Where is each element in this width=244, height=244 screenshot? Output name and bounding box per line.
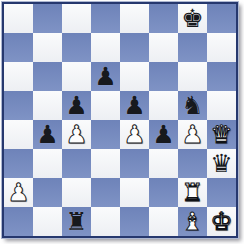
square-h4[interactable]: ♛ <box>207 120 236 149</box>
square-d1[interactable] <box>91 207 120 236</box>
square-f1[interactable] <box>149 207 178 236</box>
square-d7[interactable] <box>91 33 120 62</box>
square-a2[interactable]: ♟ <box>4 178 33 207</box>
square-g5[interactable]: ♞ <box>178 91 207 120</box>
square-b1[interactable] <box>33 207 62 236</box>
square-d2[interactable] <box>91 178 120 207</box>
white-rook[interactable]: ♜ <box>181 180 203 205</box>
square-h1[interactable]: ♚ <box>207 207 236 236</box>
square-e6[interactable] <box>120 62 149 91</box>
square-c4[interactable]: ♟ <box>62 120 91 149</box>
square-c6[interactable] <box>62 62 91 91</box>
black-pawn[interactable]: ♟ <box>65 93 87 118</box>
square-d4[interactable] <box>91 120 120 149</box>
black-pawn[interactable]: ♟ <box>152 122 174 147</box>
square-f2[interactable] <box>149 178 178 207</box>
square-g7[interactable] <box>178 33 207 62</box>
square-c3[interactable] <box>62 149 91 178</box>
square-g6[interactable] <box>178 62 207 91</box>
black-knight[interactable]: ♞ <box>181 93 203 118</box>
white-bishop[interactable]: ♝ <box>181 209 203 234</box>
square-d3[interactable] <box>91 149 120 178</box>
square-f8[interactable] <box>149 4 178 33</box>
square-h2[interactable] <box>207 178 236 207</box>
square-e8[interactable] <box>120 4 149 33</box>
square-a1[interactable] <box>4 207 33 236</box>
square-f7[interactable] <box>149 33 178 62</box>
square-g3[interactable] <box>178 149 207 178</box>
white-pawn[interactable]: ♟ <box>7 180 29 205</box>
square-e7[interactable] <box>120 33 149 62</box>
square-d8[interactable] <box>91 4 120 33</box>
square-g2[interactable]: ♜ <box>178 178 207 207</box>
square-f4[interactable]: ♟ <box>149 120 178 149</box>
white-pawn[interactable]: ♟ <box>65 122 87 147</box>
square-c1[interactable]: ♜ <box>62 207 91 236</box>
black-pawn[interactable]: ♟ <box>123 93 145 118</box>
square-d6[interactable]: ♟ <box>91 62 120 91</box>
square-a6[interactable] <box>4 62 33 91</box>
square-f6[interactable] <box>149 62 178 91</box>
square-b4[interactable]: ♟ <box>33 120 62 149</box>
square-h6[interactable] <box>207 62 236 91</box>
square-a4[interactable] <box>4 120 33 149</box>
square-b7[interactable] <box>33 33 62 62</box>
white-pawn[interactable]: ♟ <box>123 122 145 147</box>
black-pawn[interactable]: ♟ <box>94 64 116 89</box>
white-king[interactable]: ♚ <box>210 209 232 234</box>
square-e3[interactable] <box>120 149 149 178</box>
square-b6[interactable] <box>33 62 62 91</box>
square-h7[interactable] <box>207 33 236 62</box>
square-g4[interactable]: ♟ <box>178 120 207 149</box>
black-pawn[interactable]: ♟ <box>36 122 58 147</box>
square-d5[interactable] <box>91 91 120 120</box>
board-frame: ♚♟♟♟♞♟♟♟♟♟♛♛♟♜♜♝♚ <box>2 2 238 238</box>
chess-diagram: ♚♟♟♟♞♟♟♟♟♟♛♛♟♜♜♝♚ <box>0 0 244 244</box>
square-f3[interactable] <box>149 149 178 178</box>
square-e5[interactable]: ♟ <box>120 91 149 120</box>
square-e4[interactable]: ♟ <box>120 120 149 149</box>
square-c7[interactable] <box>62 33 91 62</box>
square-b2[interactable] <box>33 178 62 207</box>
square-f5[interactable] <box>149 91 178 120</box>
square-a8[interactable] <box>4 4 33 33</box>
square-a3[interactable] <box>4 149 33 178</box>
white-queen[interactable]: ♛ <box>210 122 232 147</box>
square-b3[interactable] <box>33 149 62 178</box>
black-king[interactable]: ♚ <box>181 6 203 31</box>
black-queen[interactable]: ♛ <box>210 151 232 176</box>
square-b5[interactable] <box>33 91 62 120</box>
square-a7[interactable] <box>4 33 33 62</box>
chess-board: ♚♟♟♟♞♟♟♟♟♟♛♛♟♜♜♝♚ <box>4 4 236 236</box>
square-h3[interactable]: ♛ <box>207 149 236 178</box>
square-e2[interactable] <box>120 178 149 207</box>
white-pawn[interactable]: ♟ <box>181 122 203 147</box>
black-rook[interactable]: ♜ <box>65 209 87 234</box>
square-h5[interactable] <box>207 91 236 120</box>
square-c5[interactable]: ♟ <box>62 91 91 120</box>
square-c2[interactable] <box>62 178 91 207</box>
square-g8[interactable]: ♚ <box>178 4 207 33</box>
square-a5[interactable] <box>4 91 33 120</box>
square-g1[interactable]: ♝ <box>178 207 207 236</box>
square-b8[interactable] <box>33 4 62 33</box>
square-e1[interactable] <box>120 207 149 236</box>
square-c8[interactable] <box>62 4 91 33</box>
square-h8[interactable] <box>207 4 236 33</box>
